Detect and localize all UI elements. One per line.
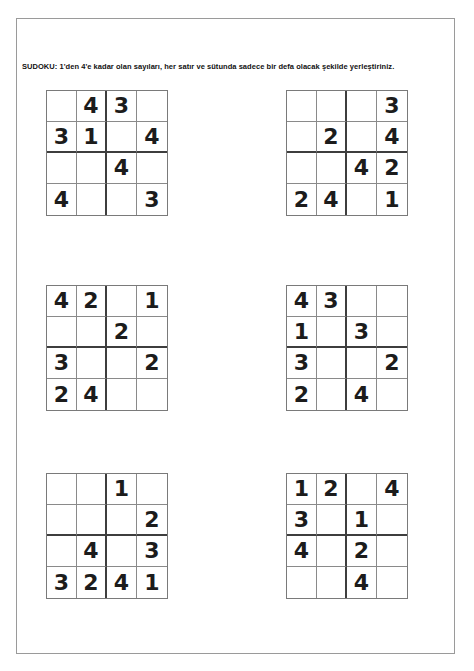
p3-cell-r2c1[interactable] [47,317,77,348]
p1-cell-r3c4[interactable] [137,153,167,184]
p3-cell-r1c3[interactable] [107,286,137,317]
p1-cell-r3c2[interactable] [77,153,107,184]
p6-cell-r1c2: 2 [317,474,347,505]
p4-cell-r1c3[interactable] [347,286,377,317]
p6-cell-r3c2[interactable] [317,536,347,567]
p6-cell-r2c2[interactable] [317,505,347,536]
p5-cell-r3c4: 3 [137,536,167,567]
p2-cell-r3c3: 4 [347,153,377,184]
p5-cell-r4c3: 4 [107,567,137,598]
p1-cell-r4c1: 4 [47,184,77,215]
p3-cell-r1c2: 2 [77,286,107,317]
p3-cell-r2c2[interactable] [77,317,107,348]
p3-cell-r1c4: 1 [137,286,167,317]
p4-cell-r4c1: 2 [287,379,317,410]
p3-cell-r4c3[interactable] [107,379,137,410]
p6-cell-r3c1: 4 [287,536,317,567]
p2-cell-r2c1[interactable] [287,122,317,153]
p6-cell-r2c3: 1 [347,505,377,536]
p5-cell-r3c1[interactable] [47,536,77,567]
sudoku-puzzle-4: 4 3 1 3 3 2 2 4 [286,285,408,411]
p4-cell-r1c2: 3 [317,286,347,317]
instruction-text: SUDOKU: 1'den 4'e kadar olan sayıları, h… [22,62,459,71]
p1-cell-r1c2: 4 [77,91,107,122]
p4-cell-r4c2[interactable] [317,379,347,410]
p5-cell-r3c2: 4 [77,536,107,567]
p2-cell-r4c3[interactable] [347,184,377,215]
p3-cell-r3c1: 3 [47,348,77,379]
p1-cell-r4c2[interactable] [77,184,107,215]
p5-cell-r4c1: 3 [47,567,77,598]
p4-cell-r2c4[interactable] [377,317,407,348]
p5-cell-r4c4: 1 [137,567,167,598]
p1-cell-r2c2: 1 [77,122,107,153]
p4-cell-r2c1: 1 [287,317,317,348]
p1-cell-r1c3: 3 [107,91,137,122]
p2-cell-r3c2[interactable] [317,153,347,184]
p3-cell-r4c4[interactable] [137,379,167,410]
p2-cell-r3c1[interactable] [287,153,317,184]
p2-cell-r1c3[interactable] [347,91,377,122]
p4-cell-r2c2[interactable] [317,317,347,348]
p5-cell-r4c2: 2 [77,567,107,598]
sudoku-puzzle-3: 4 2 1 2 3 2 2 4 [46,285,168,411]
p1-cell-r3c1[interactable] [47,153,77,184]
p4-cell-r1c4[interactable] [377,286,407,317]
p5-cell-r2c1[interactable] [47,505,77,536]
p5-cell-r1c3: 1 [107,474,137,505]
p1-cell-r2c1: 3 [47,122,77,153]
p3-cell-r3c2[interactable] [77,348,107,379]
p3-cell-r3c3[interactable] [107,348,137,379]
p5-cell-r1c2[interactable] [77,474,107,505]
p6-cell-r3c3: 2 [347,536,377,567]
p4-cell-r3c3[interactable] [347,348,377,379]
p5-cell-r1c1[interactable] [47,474,77,505]
p2-cell-r3c4: 2 [377,153,407,184]
p6-cell-r4c4[interactable] [377,567,407,598]
p4-cell-r4c3: 4 [347,379,377,410]
p2-cell-r4c4: 1 [377,184,407,215]
p6-cell-r4c2[interactable] [317,567,347,598]
p3-cell-r1c1: 4 [47,286,77,317]
p6-cell-r2c1: 3 [287,505,317,536]
p2-cell-r1c2[interactable] [317,91,347,122]
p6-cell-r2c4[interactable] [377,505,407,536]
p6-cell-r1c3[interactable] [347,474,377,505]
p4-cell-r3c2[interactable] [317,348,347,379]
p3-cell-r2c3: 2 [107,317,137,348]
p3-cell-r4c1: 2 [47,379,77,410]
p4-cell-r3c1: 3 [287,348,317,379]
p4-cell-r1c1: 4 [287,286,317,317]
p1-cell-r4c3[interactable] [107,184,137,215]
p4-cell-r3c4: 2 [377,348,407,379]
sudoku-puzzle-2: 3 2 4 4 2 2 4 1 [286,90,408,216]
p6-cell-r1c4: 4 [377,474,407,505]
p5-cell-r3c3[interactable] [107,536,137,567]
p2-cell-r2c2: 2 [317,122,347,153]
p2-cell-r2c4: 4 [377,122,407,153]
p5-cell-r2c2[interactable] [77,505,107,536]
p3-cell-r4c2: 4 [77,379,107,410]
p1-cell-r2c4: 4 [137,122,167,153]
p1-cell-r1c4[interactable] [137,91,167,122]
p6-cell-r4c1[interactable] [287,567,317,598]
p3-cell-r3c4: 2 [137,348,167,379]
sudoku-puzzle-5: 1 2 4 3 3 2 4 1 [46,473,168,599]
p6-cell-r3c4[interactable] [377,536,407,567]
p2-cell-r2c3[interactable] [347,122,377,153]
p1-cell-r1c1[interactable] [47,91,77,122]
p1-cell-r2c3[interactable] [107,122,137,153]
p2-cell-r1c1[interactable] [287,91,317,122]
p5-cell-r2c4: 2 [137,505,167,536]
p2-cell-r1c4: 3 [377,91,407,122]
p5-cell-r2c3[interactable] [107,505,137,536]
p2-cell-r4c1: 2 [287,184,317,215]
sudoku-puzzle-6: 1 2 4 3 1 4 2 4 [286,473,408,599]
p4-cell-r4c4[interactable] [377,379,407,410]
p5-cell-r1c4[interactable] [137,474,167,505]
sudoku-puzzle-1: 4 3 3 1 4 4 4 3 [46,90,168,216]
p6-cell-r4c3: 4 [347,567,377,598]
p2-cell-r4c2: 4 [317,184,347,215]
p1-cell-r3c3: 4 [107,153,137,184]
p1-cell-r4c4: 3 [137,184,167,215]
p4-cell-r2c3: 3 [347,317,377,348]
p6-cell-r1c1: 1 [287,474,317,505]
p3-cell-r2c4[interactable] [137,317,167,348]
